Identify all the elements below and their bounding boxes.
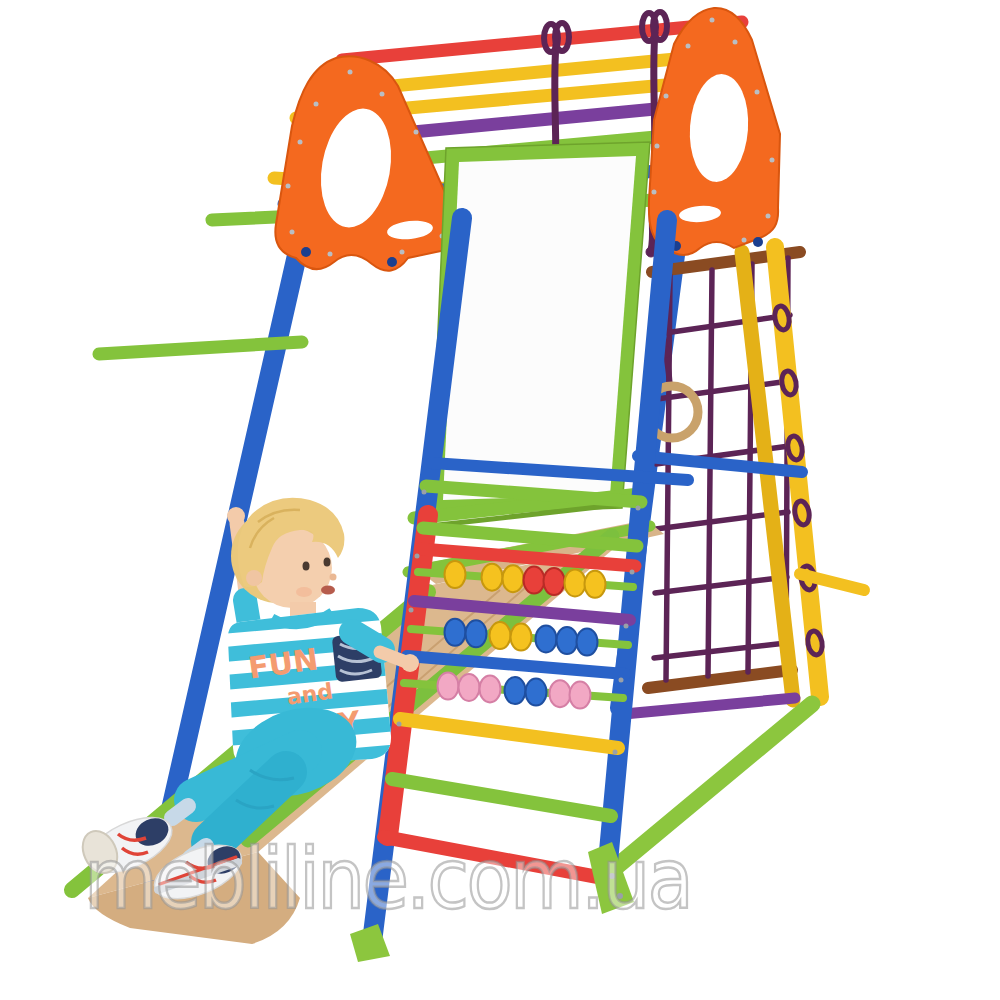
product-photo: FUN and PLAY mebliline.com.u [0, 0, 1000, 1000]
base-bolt [617, 893, 623, 899]
abacus-beads [438, 561, 606, 708]
front-left-foot-base [350, 924, 390, 962]
abacus-bead-blue [445, 619, 466, 646]
abacus-bead-blue [526, 679, 547, 706]
abacus-bead-blue [505, 677, 526, 704]
gable-knob [753, 237, 763, 247]
bottom-purple-bar [624, 698, 795, 714]
abacus-bead-yellow [445, 561, 466, 588]
abacus-bead-red [524, 567, 545, 594]
base-runner-right [610, 704, 812, 872]
base-bolt [609, 873, 615, 879]
abacus-bead-yellow [565, 569, 586, 596]
rung-red-2 [384, 837, 603, 878]
abacus-bead-pink [438, 673, 459, 700]
play-gym-illustration: FUN and PLAY [0, 0, 1000, 1000]
abacus-bead-red [544, 568, 565, 595]
rung-green-3 [392, 779, 611, 816]
abacus-bead-yellow [482, 564, 503, 591]
eye-left [303, 562, 310, 571]
hand-right [401, 654, 419, 672]
raised-hand [227, 507, 245, 525]
sock-far [172, 806, 188, 818]
gable-knob [387, 257, 397, 267]
abacus-bead-pink [550, 680, 571, 707]
abacus-bead-yellow [511, 624, 532, 651]
mouth [321, 586, 335, 595]
abacus-bead-yellow [503, 565, 524, 592]
gable-knob [301, 247, 311, 257]
abacus-bead-yellow [585, 571, 606, 598]
abacus-bead-blue [536, 625, 557, 652]
eye-right [324, 558, 331, 567]
abacus-bead-pink [480, 675, 501, 702]
abacus-bead-blue [577, 628, 598, 655]
abacus-bead-yellow [490, 622, 511, 649]
board-surface [443, 156, 636, 500]
cheek [296, 587, 312, 597]
abacus-bead-pink [570, 682, 591, 709]
ear [246, 570, 262, 586]
right-side-blue-bar [638, 456, 802, 472]
abacus-bead-pink [459, 674, 480, 701]
abacus-bead-blue [466, 620, 487, 647]
net-bottom-bar [648, 670, 792, 688]
nose [330, 574, 337, 581]
abacus-bead-blue [557, 627, 578, 654]
rung-yellow [400, 719, 618, 748]
